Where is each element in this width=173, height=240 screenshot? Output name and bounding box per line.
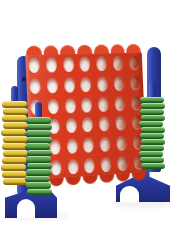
board-hole-empty [114,96,125,111]
board-hole-empty [81,77,92,92]
board-hole-empty [30,78,41,93]
board-hole-empty [115,116,126,131]
scallop-bump [94,45,109,54]
board-hole-empty [114,76,125,91]
board-cell [94,73,111,94]
board-cell [114,153,131,174]
board-cell [95,94,112,115]
board-cell [26,75,44,96]
disc-ring-green [141,127,165,133]
board-hole-empty [99,117,110,132]
board-cell [60,54,78,75]
board-hole-empty [130,75,141,90]
board-cell [126,53,143,73]
disc-ring-green [25,176,50,183]
board-hole-empty [64,77,75,92]
board-cell [111,93,128,114]
board-cell [112,113,129,134]
board-hole-empty [96,56,107,71]
board-hole-empty [101,157,112,172]
disc-ring-green [139,151,163,157]
board-cell [80,135,97,156]
board-hole-empty [117,156,128,171]
board-cell [43,54,61,75]
board-cell [113,133,130,154]
disc-ring-yellow [2,115,27,122]
disc-ring-yellow [2,143,27,150]
scallop-bump [60,45,75,54]
board-hole-empty [116,136,127,151]
board-hole-empty [29,58,40,73]
scallop-bump [110,44,125,53]
board-hole-empty [80,57,91,72]
board-cell [98,154,115,175]
board-cell [43,75,61,96]
scallop-bump [126,44,141,53]
board-hole-empty [63,57,74,72]
board-cell [81,155,98,176]
board-cell [78,94,95,115]
board-hole-empty [67,139,78,154]
board-cell [110,73,127,94]
disc-stack-green-left [26,102,51,195]
disc-ring-green [27,189,52,196]
disc-ring-yellow [2,101,27,108]
board-hole-empty [84,158,95,173]
disc-ring-green [27,124,52,131]
board-cell [76,54,94,75]
board-hole-empty [83,138,94,153]
board-cell [63,136,81,157]
board-cell [61,95,79,116]
board-hole-empty [67,159,78,174]
foot-arch-cutout [17,199,35,218]
board-hole-empty [66,118,77,133]
board-cell [96,114,113,135]
board-hole-empty [113,56,124,71]
disc-ring-green [141,139,165,145]
board-cell [97,134,114,155]
board-cell [62,115,80,136]
disc-ring-green [141,163,165,169]
board-hole-empty [97,76,108,91]
disc-rings-yellow [2,101,27,185]
disc-ring-green [141,103,165,109]
board-hole-empty [46,57,57,72]
disc-ring-green [27,163,52,170]
scallop-bump [66,177,81,186]
scallop-bump [77,45,92,54]
disc-ring-yellow [3,108,28,115]
board-cell [79,115,96,136]
rail-fastener-icon [22,77,26,81]
board-hole-empty [129,56,140,71]
scallop-bump [116,173,131,182]
disc-ring-yellow [3,122,28,129]
board-cell [93,53,110,74]
board-cell [77,74,94,95]
disc-ring-yellow [1,164,26,171]
board-hole-empty [98,97,109,112]
board-cell [109,53,126,73]
board-cell [64,156,82,178]
scallop-bump [43,45,59,54]
disc-ring-yellow [3,136,28,143]
disc-ring-green [27,150,52,157]
scallop-bump [26,46,42,55]
disc-rings-green-left [26,117,51,195]
disc-rings-green-right [140,97,164,169]
scallop-bump [132,172,147,181]
board-hole-empty [82,97,93,112]
disc-ring-yellow [1,129,26,136]
board-hole-empty [47,78,58,93]
foot-arch-cutout [120,186,138,202]
connect-four-product-photo [0,0,173,240]
scallop-bump [49,178,64,187]
disc-stack-yellow-left [2,86,27,185]
board-hole-empty [65,98,76,113]
board-cell [25,55,43,76]
disc-ring-yellow [3,150,28,157]
board-hole-empty [50,160,61,176]
scallop-bump [99,174,114,183]
scallop-bump [83,175,98,184]
disc-ring-yellow [2,157,27,164]
board-hole-empty [82,118,93,133]
disc-ring-yellow [2,171,27,178]
board-cell [61,74,79,95]
board-hole-empty [100,137,111,152]
disc-stack-green-right [140,82,164,169]
